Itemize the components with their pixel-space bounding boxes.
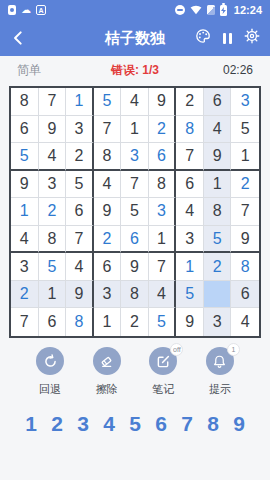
sudoku-cell[interactable]: 6 — [231, 281, 259, 309]
undo-label: 回退 — [39, 382, 61, 397]
hint-label: 提示 — [209, 382, 231, 397]
theme-palette-button[interactable] — [195, 28, 211, 48]
header: 桔子数独 — [0, 20, 270, 56]
sudoku-cell[interactable]: 8 — [231, 253, 259, 281]
settings-gear-icon — [244, 28, 260, 44]
sudoku-cell[interactable]: 1 — [204, 171, 232, 199]
sudoku-cell[interactable]: 6 — [176, 171, 204, 199]
numpad-digit-9[interactable]: 9 — [231, 412, 247, 436]
hint-button[interactable]: 1 提示 — [196, 347, 244, 397]
sudoku-cell[interactable]: 4 — [94, 171, 122, 199]
sudoku-cell[interactable]: 3 — [66, 116, 94, 144]
sudoku-cell[interactable]: 1 — [66, 88, 94, 116]
undo-button[interactable]: 回退 — [26, 347, 74, 397]
sudoku-cell[interactable]: 2 — [121, 308, 149, 336]
sudoku-cell[interactable]: 2 — [94, 226, 122, 254]
battery-icon — [220, 5, 227, 16]
numpad-digit-3[interactable]: 3 — [75, 412, 91, 436]
sudoku-cell[interactable]: 2 — [66, 143, 94, 171]
wifi-icon — [190, 5, 202, 15]
sudoku-cell[interactable]: 2 — [39, 198, 67, 226]
status-bar: ☁ A 12:24 — [0, 0, 270, 20]
sim-icon — [207, 5, 215, 15]
sudoku-cell[interactable]: 5 — [149, 308, 177, 336]
sudoku-cell[interactable]: 8 — [176, 116, 204, 144]
sudoku-cell[interactable]: 8 — [94, 143, 122, 171]
battery-saver-icon — [8, 5, 16, 15]
sudoku-cell[interactable]: 3 — [11, 253, 39, 281]
sudoku-cell[interactable]: 8 — [121, 281, 149, 309]
pause-icon — [223, 33, 226, 44]
clock-time: 12:24 — [234, 4, 262, 16]
hint-count-badge: 1 — [227, 343, 240, 356]
numpad-digit-6[interactable]: 6 — [153, 412, 169, 436]
sudoku-cell[interactable]: 2 — [11, 281, 39, 309]
notes-button[interactable]: off 笔记 — [139, 347, 187, 397]
sudoku-cell[interactable]: 4 — [149, 281, 177, 309]
sudoku-cell[interactable]: 9 — [39, 116, 67, 144]
hint-bell-icon — [212, 354, 227, 369]
sudoku-cell[interactable]: 8 — [39, 226, 67, 254]
back-button[interactable] — [10, 29, 36, 47]
sudoku-cell[interactable]: 5 — [231, 116, 259, 144]
sudoku-cell[interactable]: 2 — [231, 171, 259, 199]
letter-a-icon: A — [36, 5, 46, 15]
do-not-disturb-icon — [175, 5, 185, 15]
sudoku-cell[interactable]: 4 — [39, 143, 67, 171]
sudoku-cell[interactable]: 6 — [94, 253, 122, 281]
sudoku-cell[interactable]: 2 — [204, 253, 232, 281]
sudoku-cell[interactable]: 8 — [204, 198, 232, 226]
sudoku-cell[interactable]: 7 — [176, 143, 204, 171]
sudoku-cell[interactable]: 4 — [66, 253, 94, 281]
sudoku-cell[interactable]: 8 — [66, 308, 94, 336]
info-bar: 简单 错误: 1/3 02:26 — [0, 57, 270, 83]
sudoku-cell[interactable]: 3 — [176, 226, 204, 254]
sudoku-cell[interactable]: 9 — [176, 308, 204, 336]
sudoku-cell[interactable]: 3 — [121, 143, 149, 171]
back-icon — [10, 29, 28, 47]
sudoku-cell[interactable]: 1 — [11, 198, 39, 226]
sudoku-cell[interactable]: 2 — [149, 116, 177, 144]
palette-icon — [195, 28, 211, 44]
numpad-digit-4[interactable]: 4 — [101, 412, 117, 436]
sudoku-cell[interactable]: 7 — [39, 88, 67, 116]
erase-label: 擦除 — [96, 382, 118, 397]
sudoku-cell[interactable]: 3 — [39, 171, 67, 199]
sudoku-cell[interactable]: 7 — [121, 171, 149, 199]
cloud-icon: ☁ — [21, 5, 31, 15]
sudoku-cell[interactable]: 6 — [39, 308, 67, 336]
pause-button[interactable] — [223, 33, 232, 44]
numpad-digit-5[interactable]: 5 — [127, 412, 143, 436]
sudoku-cell[interactable]: 6 — [11, 116, 39, 144]
undo-icon — [43, 354, 58, 369]
settings-button[interactable] — [244, 28, 260, 48]
sudoku-cell[interactable]: 4 — [121, 88, 149, 116]
sudoku-cell[interactable]: 3 — [94, 281, 122, 309]
sudoku-cell[interactable]: 1 — [176, 253, 204, 281]
sudoku-cell[interactable]: 9 — [66, 281, 94, 309]
sudoku-cell[interactable]: 5 — [11, 143, 39, 171]
sudoku-cell[interactable]: 5 — [66, 171, 94, 199]
numpad-digit-1[interactable]: 1 — [23, 412, 39, 436]
selected-cell[interactable] — [204, 281, 232, 309]
sudoku-cell[interactable]: 6 — [121, 226, 149, 254]
notes-label: 笔记 — [152, 382, 174, 397]
sudoku-cell[interactable]: 3 — [149, 198, 177, 226]
sudoku-cell[interactable]: 7 — [94, 116, 122, 144]
sudoku-cell[interactable]: 9 — [204, 143, 232, 171]
sudoku-cell[interactable]: 9 — [149, 88, 177, 116]
sudoku-board: 8715492636937128455428367919354786121269… — [9, 86, 261, 338]
sudoku-cell[interactable]: 5 — [39, 253, 67, 281]
sudoku-cell[interactable]: 9 — [11, 171, 39, 199]
sudoku-cell[interactable]: 5 — [121, 198, 149, 226]
sudoku-cell[interactable]: 9 — [231, 226, 259, 254]
toolbar: 回退 擦除 off 笔记 — [0, 347, 270, 397]
sudoku-cell[interactable]: 7 — [231, 198, 259, 226]
difficulty-label: 简单 — [17, 62, 89, 79]
sudoku-cell[interactable]: 2 — [176, 88, 204, 116]
sudoku-cell[interactable]: 9 — [94, 198, 122, 226]
sudoku-cell[interactable]: 4 — [204, 116, 232, 144]
sudoku-cell[interactable]: 3 — [231, 88, 259, 116]
numpad-digit-2[interactable]: 2 — [49, 412, 65, 436]
notes-off-badge: off — [170, 343, 183, 356]
sudoku-cell[interactable]: 9 — [121, 253, 149, 281]
numpad-digit-8[interactable]: 8 — [205, 412, 221, 436]
error-counter: 错误: 1/3 — [89, 62, 181, 79]
eraser-icon — [99, 354, 114, 369]
numpad-digit-7[interactable]: 7 — [179, 412, 195, 436]
sudoku-cell[interactable]: 4 — [231, 308, 259, 336]
sudoku-cell[interactable]: 5 — [176, 281, 204, 309]
sudoku-cell[interactable]: 4 — [176, 198, 204, 226]
sudoku-cell[interactable]: 8 — [11, 88, 39, 116]
sudoku-cell[interactable]: 7 — [149, 253, 177, 281]
sudoku-cell[interactable]: 6 — [66, 198, 94, 226]
sudoku-cell[interactable]: 1 — [231, 143, 259, 171]
sudoku-cell[interactable]: 3 — [204, 308, 232, 336]
sudoku-cell[interactable]: 1 — [121, 116, 149, 144]
sudoku-cell[interactable]: 7 — [66, 226, 94, 254]
sudoku-cell[interactable]: 6 — [149, 143, 177, 171]
sudoku-cell[interactable]: 8 — [149, 171, 177, 199]
notes-icon — [156, 354, 171, 369]
sudoku-cell[interactable]: 1 — [149, 226, 177, 254]
sudoku-cell[interactable]: 5 — [94, 88, 122, 116]
number-pad: 123456789 — [0, 412, 270, 436]
sudoku-cell[interactable]: 5 — [204, 226, 232, 254]
sudoku-cell[interactable]: 4 — [11, 226, 39, 254]
sudoku-cell[interactable]: 1 — [39, 281, 67, 309]
sudoku-cell[interactable]: 6 — [204, 88, 232, 116]
sudoku-cell[interactable]: 7 — [11, 308, 39, 336]
game-timer: 02:26 — [181, 63, 253, 77]
erase-button[interactable]: 擦除 — [83, 347, 131, 397]
sudoku-cell[interactable]: 1 — [94, 308, 122, 336]
